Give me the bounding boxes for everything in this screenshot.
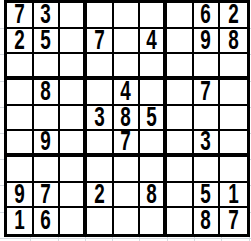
- cell-r4c2[interactable]: 8: [34, 80, 61, 106]
- cell-r5c5[interactable]: 8: [114, 106, 141, 132]
- cell-r9c5[interactable]: [114, 208, 141, 234]
- cell-r8c3[interactable]: [60, 183, 87, 209]
- given-digit: 8: [41, 80, 52, 106]
- cell-r4c1[interactable]: [7, 80, 34, 106]
- cell-r3c2[interactable]: [34, 54, 61, 80]
- given-digit: 7: [121, 131, 132, 156]
- cell-r7c2[interactable]: [34, 157, 61, 183]
- cell-r1c5[interactable]: [114, 3, 141, 29]
- given-digit: 8: [121, 106, 132, 132]
- cell-r4c6[interactable]: [140, 80, 167, 106]
- cell-r4c9[interactable]: [220, 80, 247, 106]
- cell-r8c6[interactable]: 8: [140, 183, 167, 209]
- cell-r6c4[interactable]: [87, 131, 114, 157]
- given-digit: 4: [121, 80, 132, 106]
- cell-r1c8[interactable]: 6: [194, 3, 221, 29]
- cell-r9c7[interactable]: [167, 208, 194, 234]
- cell-r2c1[interactable]: 2: [7, 29, 34, 55]
- cell-r3c1[interactable]: [7, 54, 34, 80]
- cell-r9c8[interactable]: 8: [194, 208, 221, 234]
- cell-r2c3[interactable]: [60, 29, 87, 55]
- cell-r9c2[interactable]: 6: [34, 208, 61, 234]
- cell-r7c4[interactable]: [87, 157, 114, 183]
- cell-r1c6[interactable]: [140, 3, 167, 29]
- cell-r1c2[interactable]: 3: [34, 3, 61, 29]
- cell-r6c1[interactable]: [7, 131, 34, 157]
- cell-r1c4[interactable]: [87, 3, 114, 29]
- cell-r8c8[interactable]: 5: [194, 183, 221, 209]
- cell-r2c8[interactable]: 9: [194, 29, 221, 55]
- cell-r1c7[interactable]: [167, 3, 194, 29]
- given-digit: 8: [146, 183, 157, 209]
- given-digit: 7: [41, 183, 52, 209]
- cell-r9c1[interactable]: 1: [7, 208, 34, 234]
- cell-r8c1[interactable]: 9: [7, 183, 34, 209]
- cell-r3c3[interactable]: [60, 54, 87, 80]
- cell-r2c9[interactable]: 8: [220, 29, 247, 55]
- given-digit: 4: [146, 29, 157, 55]
- cell-r1c1[interactable]: 7: [7, 3, 34, 29]
- given-digit: 5: [146, 106, 157, 132]
- cell-r4c3[interactable]: [60, 80, 87, 106]
- given-digit: 9: [201, 29, 212, 55]
- cell-r7c8[interactable]: [194, 157, 221, 183]
- cell-r7c7[interactable]: [167, 157, 194, 183]
- cell-r5c2[interactable]: [34, 106, 61, 132]
- given-digit: 1: [14, 208, 25, 234]
- cell-r6c6[interactable]: [140, 131, 167, 157]
- cell-r7c6[interactable]: [140, 157, 167, 183]
- cell-r3c9[interactable]: [220, 54, 247, 80]
- cell-r5c1[interactable]: [7, 106, 34, 132]
- given-digit: 9: [41, 131, 52, 156]
- given-digit: 8: [201, 208, 212, 234]
- cell-r8c7[interactable]: [167, 183, 194, 209]
- given-digit: 6: [201, 3, 212, 29]
- cell-r4c7[interactable]: [167, 80, 194, 106]
- given-digit: 1: [228, 183, 239, 209]
- cell-r8c2[interactable]: 7: [34, 183, 61, 209]
- cell-r7c3[interactable]: [60, 157, 87, 183]
- cell-r6c7[interactable]: [167, 131, 194, 157]
- cell-r8c5[interactable]: [114, 183, 141, 209]
- cell-r7c9[interactable]: [220, 157, 247, 183]
- cell-r2c2[interactable]: 5: [34, 29, 61, 55]
- cell-r9c3[interactable]: [60, 208, 87, 234]
- cell-r8c9[interactable]: 1: [220, 183, 247, 209]
- cell-r8c4[interactable]: 2: [87, 183, 114, 209]
- cell-r6c5[interactable]: 7: [114, 131, 141, 157]
- given-digit: 6: [41, 208, 52, 234]
- given-digit: 5: [41, 29, 52, 55]
- given-digit: 9: [14, 183, 25, 209]
- cell-r6c8[interactable]: 3: [194, 131, 221, 157]
- cell-r1c9[interactable]: 2: [220, 3, 247, 29]
- given-digit: 2: [94, 183, 105, 209]
- cell-r3c8[interactable]: [194, 54, 221, 80]
- cell-r5c4[interactable]: 3: [87, 106, 114, 132]
- cell-r9c6[interactable]: [140, 208, 167, 234]
- given-digit: 7: [201, 80, 212, 106]
- cell-r1c3[interactable]: [60, 3, 87, 29]
- cell-r5c9[interactable]: [220, 106, 247, 132]
- cell-r5c7[interactable]: [167, 106, 194, 132]
- cell-r2c7[interactable]: [167, 29, 194, 55]
- cell-r3c4[interactable]: [87, 54, 114, 80]
- sudoku-board: 73622574988473859739728511687: [4, 0, 250, 237]
- given-digit: 3: [41, 3, 52, 29]
- cell-r2c5[interactable]: [114, 29, 141, 55]
- cell-r5c8[interactable]: [194, 106, 221, 132]
- cell-r4c8[interactable]: 7: [194, 80, 221, 106]
- given-digit: 8: [228, 29, 239, 55]
- given-digit: 2: [228, 3, 239, 29]
- given-digit: 5: [201, 183, 212, 209]
- cell-r9c4[interactable]: [87, 208, 114, 234]
- given-digit: 3: [94, 106, 105, 132]
- cell-r9c9[interactable]: 7: [220, 208, 247, 234]
- cell-r7c5[interactable]: [114, 157, 141, 183]
- cell-r3c7[interactable]: [167, 54, 194, 80]
- cell-r4c4[interactable]: [87, 80, 114, 106]
- given-digit: 7: [14, 3, 25, 29]
- cell-r6c3[interactable]: [60, 131, 87, 157]
- cell-r2c6[interactable]: 4: [140, 29, 167, 55]
- given-digit: 3: [201, 131, 212, 156]
- given-digit: 7: [228, 208, 239, 234]
- cell-r2c4[interactable]: 7: [87, 29, 114, 55]
- cell-r6c2[interactable]: 9: [34, 131, 61, 157]
- cell-r5c6[interactable]: 5: [140, 106, 167, 132]
- cell-r3c5[interactable]: [114, 54, 141, 80]
- cell-r7c1[interactable]: [7, 157, 34, 183]
- given-digit: 7: [94, 29, 105, 55]
- cell-r6c9[interactable]: [220, 131, 247, 157]
- cell-r3c6[interactable]: [140, 54, 167, 80]
- cell-r5c3[interactable]: [60, 106, 87, 132]
- given-digit: 2: [14, 29, 25, 55]
- cell-r4c5[interactable]: 4: [114, 80, 141, 106]
